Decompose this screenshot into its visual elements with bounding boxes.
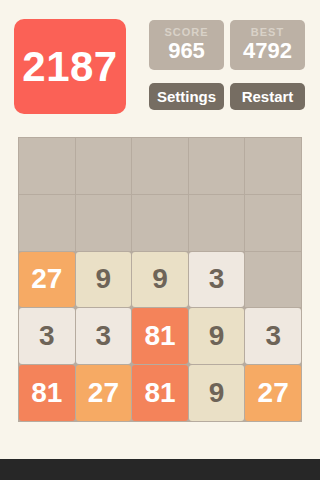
- tile-value: 9: [209, 377, 225, 409]
- current-highest-tile-value: 2187: [22, 43, 117, 91]
- tile-value: 9: [152, 263, 168, 295]
- settings-button[interactable]: Settings: [149, 83, 224, 110]
- tile-value: 3: [96, 320, 112, 352]
- board-cell: 81: [132, 365, 188, 421]
- game-board[interactable]: 27 9 9 3 3 3 81 9 3 81 27 81 9 27: [18, 137, 302, 422]
- restart-button-label: Restart: [242, 88, 294, 105]
- best-value: 4792: [243, 38, 292, 63]
- board-cell: 27: [245, 365, 301, 421]
- current-highest-tile: 2187: [14, 19, 126, 114]
- board-cell: [76, 138, 132, 194]
- best-box: BEST 4792: [230, 20, 305, 70]
- tile-value: 3: [209, 263, 225, 295]
- board-cell: [132, 138, 188, 194]
- tile-value: 3: [39, 320, 55, 352]
- board-cell: [245, 252, 301, 308]
- score-label: SCORE: [164, 26, 208, 38]
- board-cell: 9: [132, 252, 188, 308]
- board-cell: 3: [76, 308, 132, 364]
- board-cell: 27: [19, 252, 75, 308]
- board-cell: 3: [245, 308, 301, 364]
- tile-value: 27: [258, 377, 289, 409]
- tile-value: 81: [144, 377, 175, 409]
- board-cell: 9: [189, 365, 245, 421]
- tile-value: 81: [144, 320, 175, 352]
- tile-value: 3: [265, 320, 281, 352]
- tile-value: 27: [88, 377, 119, 409]
- board-cell: 3: [19, 308, 75, 364]
- tile-value: 81: [31, 377, 62, 409]
- restart-button[interactable]: Restart: [230, 83, 305, 110]
- score-box: SCORE 965: [149, 20, 224, 70]
- bottom-bar: [0, 459, 320, 480]
- board-cell: [245, 195, 301, 251]
- board-cell: [189, 138, 245, 194]
- board-cell: 9: [189, 308, 245, 364]
- settings-button-label: Settings: [157, 88, 216, 105]
- tile-value: 9: [96, 263, 112, 295]
- board-cell: [132, 195, 188, 251]
- board-cell: 81: [19, 365, 75, 421]
- board-cell: 3: [189, 252, 245, 308]
- board-cell: 81: [132, 308, 188, 364]
- best-label: BEST: [251, 26, 284, 38]
- tile-value: 9: [209, 320, 225, 352]
- board-cell: 27: [76, 365, 132, 421]
- board-cell: [189, 195, 245, 251]
- board-cell: [245, 138, 301, 194]
- tile-value: 27: [31, 263, 62, 295]
- board-cell: [19, 138, 75, 194]
- board-cell: 9: [76, 252, 132, 308]
- score-value: 965: [168, 38, 205, 63]
- board-cell: [76, 195, 132, 251]
- board-cell: [19, 195, 75, 251]
